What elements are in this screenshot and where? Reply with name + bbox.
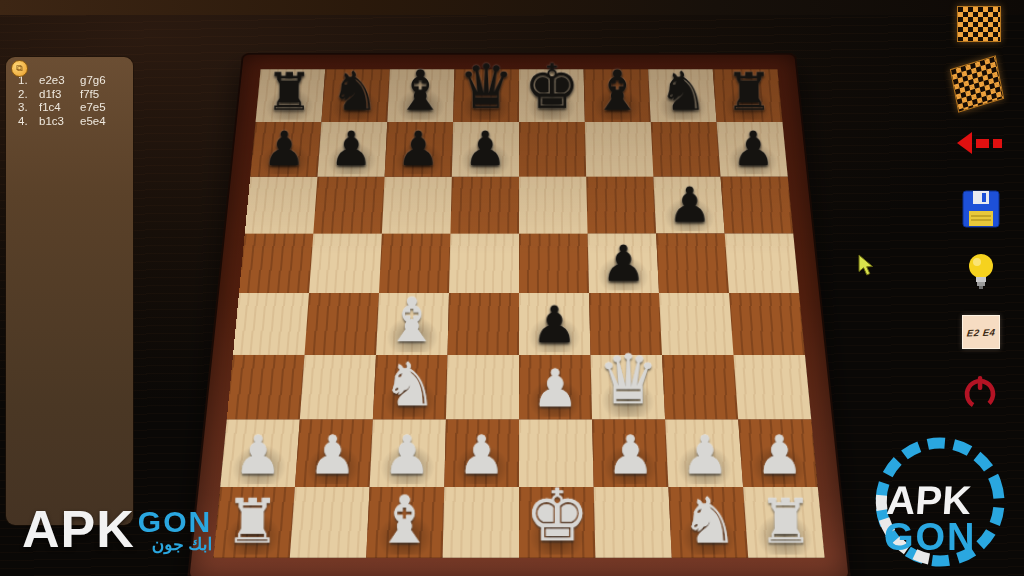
square-d1[interactable] [443, 487, 519, 558]
square-a7[interactable]: ♟ [250, 122, 321, 177]
white-queen[interactable]: ♛ [592, 346, 665, 415]
apkgon-watermark-left: APK GON ابك جون [22, 502, 212, 556]
white-pawn[interactable]: ♟ [370, 429, 445, 482]
move-number: 2. [18, 88, 39, 102]
white-knight[interactable]: ♞ [373, 354, 446, 414]
copy-glyph: ⧉ [16, 63, 22, 74]
red-left-arrow-icon [957, 132, 972, 154]
hint-button[interactable] [964, 252, 998, 294]
lightbulb-icon [964, 252, 998, 294]
white-bishop[interactable]: ♝ [366, 487, 442, 553]
square-b4[interactable] [305, 293, 379, 355]
black-bishop[interactable]: ♝ [387, 62, 453, 118]
square-h2[interactable]: ♟ [738, 420, 818, 488]
square-g6[interactable]: ♟ [653, 177, 724, 234]
square-h6[interactable] [721, 177, 794, 234]
notation-label: E2 E4 [966, 326, 996, 338]
square-c4[interactable]: ♝ [376, 293, 449, 355]
white-rook[interactable]: ♜ [747, 491, 824, 552]
square-a4[interactable] [233, 293, 309, 355]
black-bishop[interactable]: ♝ [585, 62, 651, 118]
square-h8[interactable]: ♜ [713, 69, 783, 122]
black-rook[interactable]: ♜ [256, 66, 322, 118]
white-king[interactable]: ♚ [519, 480, 595, 552]
square-a6[interactable] [245, 177, 318, 234]
black-pawn[interactable]: ♟ [720, 125, 787, 172]
square-g4[interactable] [659, 293, 733, 355]
checkerboard-tilted-icon [950, 55, 1004, 112]
white-pawn[interactable]: ♟ [742, 429, 817, 482]
checkerboard-flat-icon [957, 6, 1001, 42]
square-f8[interactable]: ♝ [584, 69, 651, 122]
square-c8[interactable]: ♝ [387, 69, 454, 122]
white-pawn[interactable]: ♟ [519, 363, 592, 415]
black-pawn[interactable]: ♟ [318, 125, 385, 172]
square-c3[interactable]: ♞ [373, 355, 448, 420]
white-pawn[interactable]: ♟ [668, 429, 743, 482]
square-e8[interactable]: ♚ [519, 69, 585, 122]
black-rook[interactable]: ♜ [716, 66, 782, 118]
square-b3[interactable] [300, 355, 376, 420]
square-a1[interactable]: ♜ [213, 487, 295, 558]
apkgon-watermark-circle: APK GON [862, 424, 1018, 576]
view-3d-button[interactable] [953, 62, 1001, 106]
square-f3[interactable]: ♛ [590, 355, 665, 420]
white-pawn[interactable]: ♟ [221, 429, 296, 482]
square-c6[interactable] [382, 177, 452, 234]
move-number: 4. [18, 115, 39, 129]
board-grid: ♜♞♝♛♚♝♞♜♟♟♟♟♟♟♟♝♟♞♟♛♟♟♟♟♟♟♟♜♝♚♞♜ [213, 69, 824, 557]
square-f5[interactable]: ♟ [588, 234, 659, 293]
square-g8[interactable]: ♞ [648, 69, 716, 122]
black-move: f7f5 [80, 88, 133, 102]
black-pawn[interactable]: ♟ [385, 125, 452, 172]
white-pawn[interactable]: ♟ [444, 429, 519, 482]
notation-button[interactable]: E2 E4 [962, 315, 1000, 349]
exit-button[interactable] [962, 374, 998, 410]
move-row: 3. f1c4 e7e5 [18, 101, 133, 115]
floppy-disk-icon [961, 189, 1001, 229]
square-d5[interactable] [449, 234, 519, 293]
square-h7[interactable]: ♟ [717, 122, 788, 177]
arrow-dash [976, 139, 989, 148]
square-f7[interactable] [585, 122, 654, 177]
white-bishop[interactable]: ♝ [376, 289, 448, 350]
move-row: 4. b1c3 e5e4 [18, 115, 133, 129]
white-pawn[interactable]: ♟ [593, 429, 668, 482]
square-d6[interactable] [450, 177, 519, 234]
white-pawn[interactable]: ♟ [295, 429, 370, 482]
square-d3[interactable] [446, 355, 519, 420]
square-f1[interactable] [594, 487, 672, 558]
white-rook[interactable]: ♜ [214, 491, 291, 552]
apk-text: APK [22, 502, 135, 556]
black-pawn[interactable]: ♟ [519, 300, 590, 351]
mouse-cursor [858, 254, 875, 281]
square-b8[interactable]: ♞ [321, 69, 389, 122]
view-2d-button[interactable] [957, 6, 1001, 42]
square-g3[interactable] [662, 355, 738, 420]
black-pawn[interactable]: ♟ [589, 239, 659, 289]
move-row: 1. e2e3 g7g6 [18, 74, 133, 88]
black-pawn[interactable]: ♟ [251, 125, 318, 172]
gon-text: GON [138, 508, 212, 535]
board-3d-tilt: ♜♞♝♛♚♝♞♜♟♟♟♟♟♟♟♝♟♞♟♛♟♟♟♟♟♟♟♜♝♚♞♜ [187, 53, 851, 576]
square-b5[interactable] [309, 234, 382, 293]
square-b1[interactable] [290, 487, 370, 558]
square-e7[interactable] [519, 122, 586, 177]
black-move: e5e4 [80, 115, 133, 129]
square-a8[interactable]: ♜ [256, 69, 326, 122]
square-h4[interactable] [729, 293, 805, 355]
square-e3[interactable]: ♟ [519, 355, 592, 420]
square-h5[interactable] [725, 234, 799, 293]
square-e5[interactable] [519, 234, 589, 293]
square-b2[interactable]: ♟ [295, 420, 373, 488]
square-c1[interactable]: ♝ [366, 487, 444, 558]
square-d7[interactable]: ♟ [452, 122, 519, 177]
square-g2[interactable]: ♟ [665, 420, 743, 488]
square-b6[interactable] [313, 177, 384, 234]
move-list-panel: ⧉ 1. e2e3 g7g6 2. d1f3 f7f5 3. f1c4 e7e5… [6, 57, 133, 525]
app-root: { "game": "chess", "app": "3D wooden che… [0, 0, 1024, 576]
move-number: 3. [18, 101, 39, 115]
square-f6[interactable] [586, 177, 656, 234]
move-row: 2. d1f3 f7f5 [18, 88, 133, 102]
board-frame: ♜♞♝♛♚♝♞♜♟♟♟♟♟♟♟♝♟♞♟♛♟♟♟♟♟♟♟♜♝♚♞♜ [187, 53, 851, 576]
white-move: b1c3 [39, 115, 80, 129]
square-d4[interactable] [448, 293, 519, 355]
square-b7[interactable]: ♟ [317, 122, 387, 177]
save-button[interactable] [961, 189, 1001, 229]
square-h1[interactable]: ♜ [743, 487, 825, 558]
square-e4[interactable]: ♟ [519, 293, 590, 355]
square-e6[interactable] [519, 177, 588, 234]
square-c2[interactable]: ♟ [370, 420, 446, 488]
square-g7[interactable] [651, 122, 721, 177]
square-d2[interactable]: ♟ [444, 420, 519, 488]
white-move: e2e3 [39, 74, 80, 88]
black-move: e7e5 [80, 101, 133, 115]
board-scene: ♜♞♝♛♚♝♞♜♟♟♟♟♟♟♟♝♟♞♟♛♟♟♟♟♟♟♟♜♝♚♞♜ [197, 0, 841, 576]
arabic-text: ابك جون [138, 535, 212, 555]
white-move: f1c4 [39, 101, 80, 115]
square-a2[interactable]: ♟ [220, 420, 300, 488]
square-g5[interactable] [656, 234, 729, 293]
power-icon [962, 374, 998, 410]
black-knight[interactable]: ♞ [650, 64, 716, 118]
black-king[interactable]: ♚ [519, 57, 585, 118]
black-pawn[interactable]: ♟ [452, 125, 519, 172]
square-a5[interactable] [239, 234, 313, 293]
square-a3[interactable] [227, 355, 305, 420]
square-f2[interactable]: ♟ [592, 420, 668, 488]
black-pawn[interactable]: ♟ [656, 181, 725, 230]
white-knight[interactable]: ♞ [671, 489, 748, 553]
square-e1[interactable]: ♚ [519, 487, 595, 558]
square-c7[interactable]: ♟ [385, 122, 454, 177]
gon-text: GON [884, 516, 977, 558]
square-d8[interactable]: ♛ [453, 69, 519, 122]
square-h3[interactable] [733, 355, 811, 420]
arrow-dash [993, 139, 1002, 148]
copy-moves-icon[interactable]: ⧉ [11, 60, 28, 77]
white-move: d1f3 [39, 88, 80, 102]
square-g1[interactable]: ♞ [668, 487, 748, 558]
black-move: g7g6 [80, 74, 133, 88]
undo-button[interactable] [957, 132, 1005, 154]
black-queen[interactable]: ♛ [453, 57, 519, 118]
black-knight[interactable]: ♞ [322, 64, 388, 118]
